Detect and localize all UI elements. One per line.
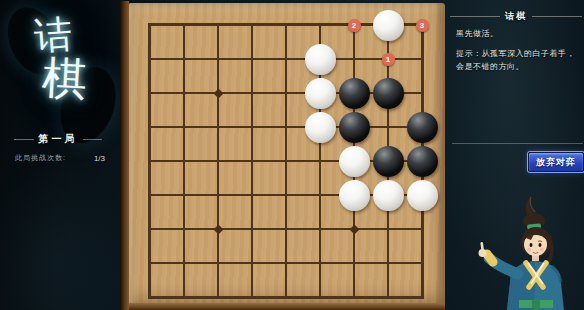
- panel-title-row: 诘棋: [450, 10, 582, 23]
- calligraphy-char-jie: 诘: [33, 15, 74, 56]
- background-smoke-left: [0, 150, 140, 310]
- white-stone: [339, 146, 370, 177]
- panel-divider: [452, 143, 583, 144]
- attempts-row: 此局挑战次数: 1/3: [15, 153, 105, 163]
- move-marker-1: 1: [382, 53, 395, 66]
- white-stone: [339, 180, 370, 211]
- grid-line-horizontal: [150, 228, 422, 230]
- forfeit-button[interactable]: 放弃对弈: [528, 152, 584, 172]
- grid-line-horizontal: [150, 262, 422, 264]
- black-stone: [407, 112, 438, 143]
- black-stone: [407, 146, 438, 177]
- black-stone: [339, 112, 370, 143]
- puzzle-objective: 黑先做活。: [456, 28, 580, 39]
- divider-line: [83, 139, 103, 140]
- divider-line: [14, 139, 34, 140]
- game-screen: 诘 棋 第一局 此局挑战次数: 1/3 231 诘棋 黑先做活。 提示：从孤军深…: [0, 0, 584, 310]
- round-label: 第一局: [39, 132, 78, 146]
- attempts-value: 1/3: [94, 154, 105, 163]
- panel-title: 诘棋: [505, 10, 527, 23]
- divider-line: [532, 16, 582, 17]
- puzzle-hint: 提示：从孤军深入的白子着手，会是不错的方向。: [456, 47, 580, 73]
- go-board-grid[interactable]: 231: [150, 25, 422, 297]
- black-stone: [339, 78, 370, 109]
- white-stone: [373, 10, 404, 41]
- white-stone: [305, 44, 336, 75]
- board-side-edge: [120, 1, 129, 310]
- attempts-label: 此局挑战次数:: [15, 153, 66, 163]
- divider-line: [450, 16, 500, 17]
- black-stone: [373, 146, 404, 177]
- black-stone: [373, 78, 404, 109]
- round-indicator: 第一局: [14, 132, 102, 146]
- calligraphy-char-qi: 棋: [41, 55, 88, 102]
- white-stone: [305, 78, 336, 109]
- move-marker-3: 3: [416, 19, 429, 32]
- character-illustration: [474, 194, 584, 310]
- white-stone: [373, 180, 404, 211]
- move-marker-2: 2: [348, 19, 361, 32]
- white-stone: [305, 112, 336, 143]
- white-stone: [407, 180, 438, 211]
